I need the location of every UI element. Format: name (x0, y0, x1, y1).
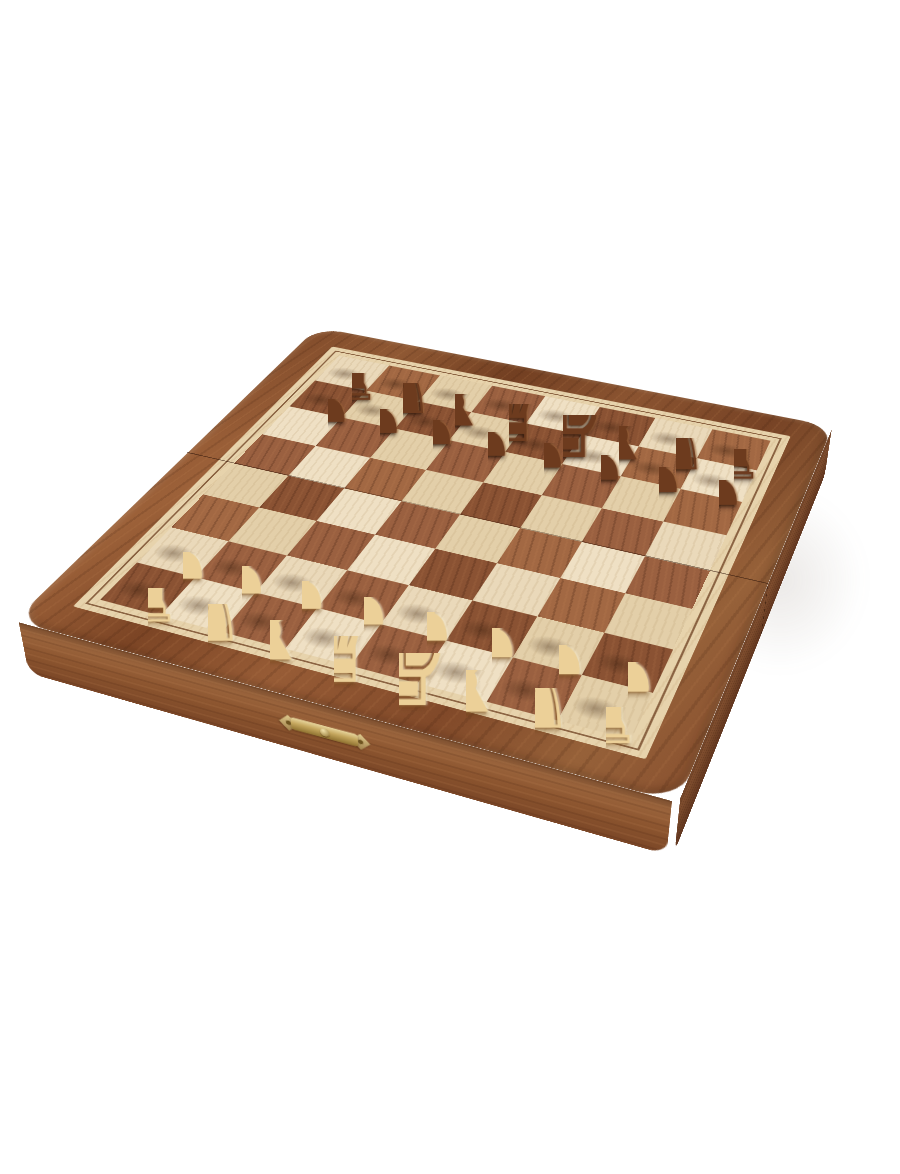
scene: ♜♞♝♛♚♝♞♜♟♟♟♟♟♟♟♟♟♟♟♟♟♟♟♟♜♞♝♛♚♝♞♜ (0, 0, 900, 1174)
chess-box: ♜♞♝♛♚♝♞♜♟♟♟♟♟♟♟♟♟♟♟♟♟♟♟♟♜♞♝♛♚♝♞♜ (14, 327, 833, 802)
photo-stage: ♜♞♝♛♚♝♞♜♟♟♟♟♟♟♟♟♟♟♟♟♟♟♟♟♜♞♝♛♚♝♞♜ (0, 0, 900, 1174)
brass-latch (279, 712, 370, 752)
